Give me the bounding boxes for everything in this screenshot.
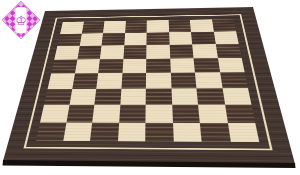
square-e2[interactable]: [145, 105, 172, 123]
square-f6[interactable]: [169, 44, 193, 58]
square-h8[interactable]: [212, 19, 236, 31]
square-a5[interactable]: [51, 59, 77, 73]
logo-king-badge: ♔: [15, 7, 26, 33]
square-e3[interactable]: [146, 88, 172, 105]
square-h5[interactable]: [217, 58, 244, 73]
square-b7[interactable]: [79, 33, 103, 46]
square-d6[interactable]: [123, 45, 146, 59]
square-c6[interactable]: [100, 45, 124, 59]
square-f5[interactable]: [170, 58, 195, 73]
square-d2[interactable]: [119, 105, 146, 123]
square-g4[interactable]: [195, 72, 222, 88]
chessboard: [3, 7, 295, 164]
square-h2[interactable]: [225, 105, 256, 123]
square-c7[interactable]: [101, 33, 124, 46]
square-b6[interactable]: [77, 46, 102, 60]
square-h7[interactable]: [213, 31, 238, 44]
square-c3[interactable]: [94, 88, 121, 104]
square-f3[interactable]: [171, 88, 198, 105]
square-e6[interactable]: [146, 45, 170, 59]
square-d7[interactable]: [124, 32, 147, 45]
square-e1[interactable]: [145, 122, 173, 141]
square-d3[interactable]: [120, 88, 146, 104]
king-icon: ♔: [15, 13, 27, 26]
square-h4[interactable]: [220, 72, 248, 88]
square-a6[interactable]: [54, 46, 79, 60]
square-f7[interactable]: [169, 32, 192, 45]
square-a1[interactable]: [36, 122, 66, 141]
square-f2[interactable]: [172, 105, 200, 123]
square-f8[interactable]: [168, 20, 191, 32]
square-g1[interactable]: [200, 123, 231, 142]
square-e7[interactable]: [146, 32, 169, 45]
square-d5[interactable]: [122, 58, 146, 73]
square-h3[interactable]: [222, 88, 251, 105]
square-g8[interactable]: [190, 19, 214, 31]
square-b2[interactable]: [66, 105, 94, 123]
product-photo: ♔: [0, 0, 300, 175]
square-g5[interactable]: [194, 58, 220, 73]
square-h1[interactable]: [227, 123, 259, 143]
square-c2[interactable]: [92, 105, 120, 123]
square-f4[interactable]: [170, 73, 196, 89]
square-g7[interactable]: [191, 31, 215, 44]
square-e8[interactable]: [147, 20, 169, 32]
square-h6[interactable]: [215, 44, 241, 58]
square-e4[interactable]: [146, 73, 171, 89]
square-d1[interactable]: [117, 122, 145, 141]
square-g3[interactable]: [196, 88, 224, 105]
square-a2[interactable]: [40, 105, 69, 122]
square-c5[interactable]: [98, 59, 123, 73]
square-d8[interactable]: [125, 20, 147, 32]
square-b1[interactable]: [63, 122, 92, 141]
logo-checker-diamond: ♔: [2, 1, 39, 38]
square-b8[interactable]: [81, 21, 104, 33]
square-c1[interactable]: [90, 122, 119, 141]
square-g6[interactable]: [192, 44, 217, 58]
square-c4[interactable]: [96, 73, 122, 88]
square-b5[interactable]: [75, 59, 100, 73]
square-a4[interactable]: [48, 73, 75, 88]
shop-logo[interactable]: ♔: [2, 1, 39, 38]
square-a7[interactable]: [57, 33, 81, 46]
square-a3[interactable]: [44, 89, 72, 105]
board-squares: [36, 19, 259, 142]
square-b4[interactable]: [72, 73, 98, 88]
square-f1[interactable]: [172, 122, 201, 141]
square-e5[interactable]: [146, 58, 170, 73]
square-c8[interactable]: [103, 21, 126, 33]
square-g2[interactable]: [198, 105, 227, 123]
square-a8[interactable]: [60, 22, 83, 34]
square-d4[interactable]: [121, 73, 146, 88]
square-b3[interactable]: [69, 88, 96, 104]
